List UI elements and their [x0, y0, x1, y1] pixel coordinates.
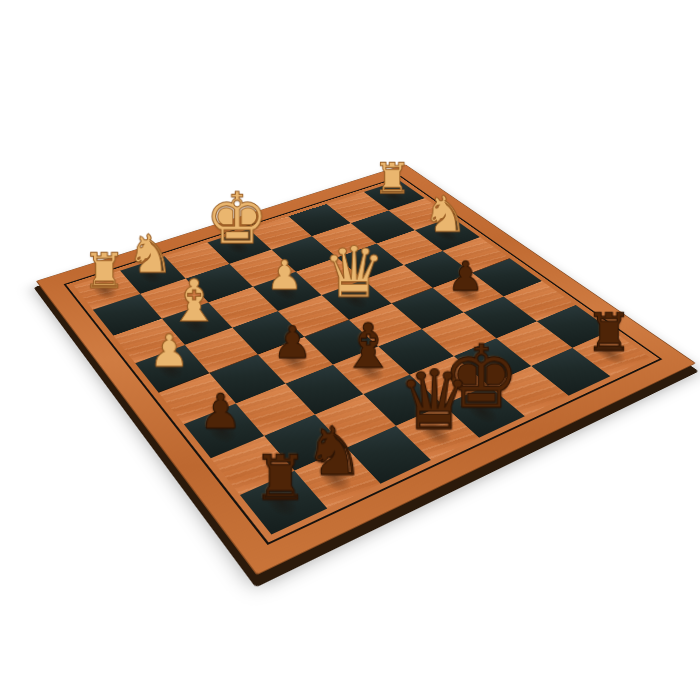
board-photo: ♜♞♜♟♛♚♚♟♝♛♟♞♝♞♜♟♟♜: [0, 0, 700, 700]
piece-white-pawn-h4: ♟: [149, 329, 189, 374]
piece-white-knight-g1: ♞: [126, 228, 173, 281]
chess-board: ♜♞♜♟♛♚♚♟♝♛♟♞♝♞♜♟♟♜: [36, 164, 696, 575]
piece-black-knight-g8: ♞: [304, 418, 364, 485]
piece-white-rook-a1: ♜: [373, 158, 411, 200]
piece-white-queen-d4: ♛: [322, 237, 385, 307]
piece-white-pawn-e3: ♟: [266, 255, 302, 296]
board-frame: ♜♞♜♟♛♚♚♟♝♛♟♞♝♞♜♟♟♜: [64, 176, 663, 545]
piece-black-pawn-h6: ♟: [199, 388, 242, 436]
piece-black-rook-a8: ♜: [585, 307, 632, 359]
board-grid: ♜♞♜♟♛♚♚♟♝♛♟♞♝♞♜♟♟♜: [74, 180, 651, 534]
piece-white-bishop-g3: ♝: [168, 272, 220, 330]
piece-black-pawn-b5: ♟: [447, 257, 483, 298]
piece-black-pawn-f5: ♟: [273, 321, 313, 365]
piece-white-rook-h1: ♜: [82, 247, 125, 295]
piece-black-queen-e8: ♛: [397, 359, 471, 441]
piece-white-knight-a3: ♞: [423, 190, 468, 240]
piece-black-bishop-e6: ♝: [341, 315, 396, 377]
piece-white-king-e1: ♚: [205, 183, 269, 254]
piece-black-rook-h8: ♜: [252, 448, 307, 509]
